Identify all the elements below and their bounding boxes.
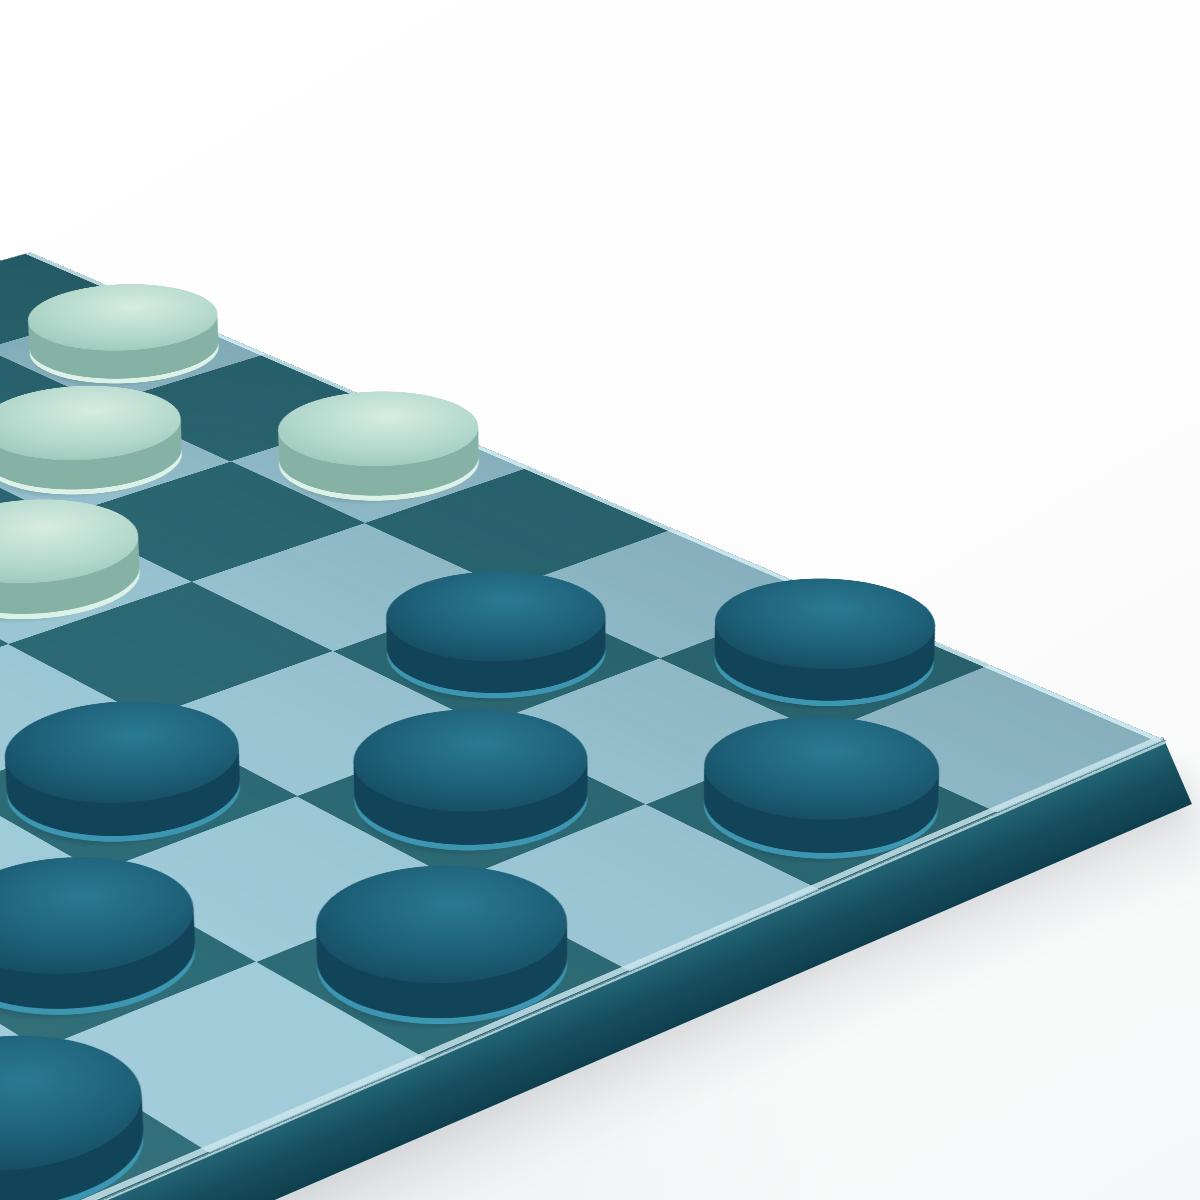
checker-piece-light[interactable]: [0, 407, 222, 514]
checker-piece-dark[interactable]: [267, 885, 619, 1053]
checker-piece-dark[interactable]: [342, 592, 650, 721]
checker-piece-dark[interactable]: [0, 1054, 197, 1200]
checker-piece-dark[interactable]: [656, 737, 987, 885]
checker-piece-dark[interactable]: [0, 722, 287, 868]
checker-piece-light[interactable]: [239, 412, 520, 519]
checker-piece-light[interactable]: [0, 520, 183, 640]
checker-piece-dark[interactable]: [0, 877, 246, 1044]
checker-piece-light[interactable]: [0, 305, 257, 401]
checker-piece-dark[interactable]: [307, 729, 636, 876]
checker-piece-dark[interactable]: [669, 599, 979, 729]
checkers-board[interactable]: [0, 253, 1163, 1200]
product-photo-stage: [0, 0, 1200, 1200]
scene-3d: [0, 0, 1200, 1200]
